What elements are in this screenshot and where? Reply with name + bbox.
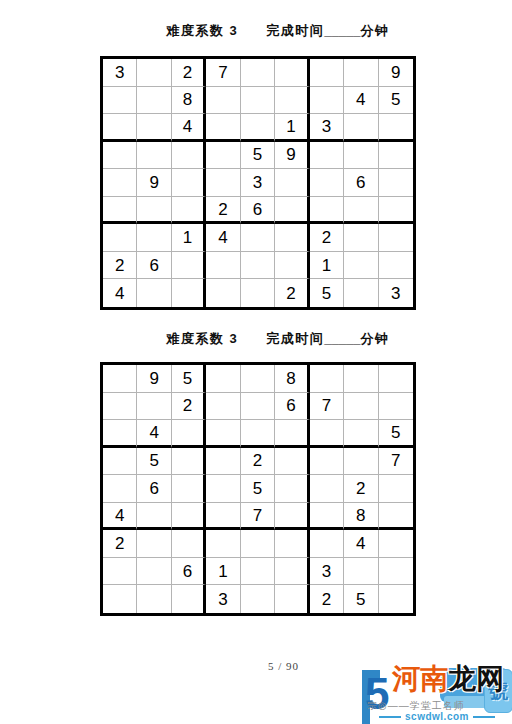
sudoku-cell-r8c8 [344, 558, 378, 586]
sudoku-cell-r1c7 [310, 365, 344, 393]
sudoku-cell-r1c1 [103, 365, 137, 393]
sudoku-cell-r6c2 [137, 197, 171, 225]
sudoku-cell-r9c7: 5 [310, 279, 344, 307]
sudoku-cell-r4c2: 5 [137, 448, 171, 476]
sudoku-cell-r4c8 [344, 142, 378, 170]
time-unit: 分钟 [361, 23, 390, 38]
sudoku-cell-r6c4: 2 [206, 197, 240, 225]
sudoku-cell-r3c3 [172, 420, 206, 448]
sudoku-cell-r9c5 [241, 585, 275, 613]
sudoku-cell-r6c5: 7 [241, 503, 275, 531]
sudoku-cell-r2c4 [206, 87, 240, 115]
sudoku-cell-r7c5 [241, 224, 275, 252]
sudoku-cell-r3c2 [137, 114, 171, 142]
sudoku-cell-r4c1 [103, 142, 137, 170]
sudoku-cell-r5c6 [275, 475, 309, 503]
sudoku-cell-r1c8 [344, 365, 378, 393]
sudoku-cell-r4c6: 9 [275, 142, 309, 170]
sudoku-cell-r2c3: 2 [172, 393, 206, 421]
sudoku-cell-r8c8 [344, 252, 378, 280]
sudoku-cell-r9c2 [137, 279, 171, 307]
sudoku-cell-r2c8 [344, 393, 378, 421]
sudoku-cell-r5c1 [103, 475, 137, 503]
site-name-highlight: 河南 [392, 663, 448, 694]
sudoku-cell-r8c7: 3 [310, 558, 344, 586]
sudoku-cell-r6c9 [379, 503, 413, 531]
sudoku-cell-r9c6 [275, 585, 309, 613]
sudoku-cell-r6c3 [172, 503, 206, 531]
sudoku-cell-r4c2 [137, 142, 171, 170]
sudoku-cell-r8c7: 1 [310, 252, 344, 280]
sudoku-cell-r2c1 [103, 393, 137, 421]
sudoku-cell-r1c2 [137, 59, 171, 87]
sudoku-cell-r7c8 [344, 224, 378, 252]
sudoku-cell-r8c4: 1 [206, 558, 240, 586]
sudoku-cell-r5c7 [310, 169, 344, 197]
sudoku-cell-r5c9 [379, 475, 413, 503]
site-watermark: 5 河南龙网 號 宗◎——学堂工名师 scwdwl.com [362, 640, 512, 724]
sudoku-cell-r7c5 [241, 530, 275, 558]
sudoku-cell-r9c6: 2 [275, 279, 309, 307]
sudoku-cell-r3c7 [310, 420, 344, 448]
sudoku-cell-r7c1: 2 [103, 530, 137, 558]
sudoku-cell-r5c8: 2 [344, 475, 378, 503]
sudoku-cell-r8c9 [379, 252, 413, 280]
sudoku-cell-r3c8 [344, 114, 378, 142]
sudoku-cell-r4c5: 5 [241, 142, 275, 170]
sudoku-cell-r8c1: 2 [103, 252, 137, 280]
sudoku-cell-r3c5 [241, 420, 275, 448]
sudoku-cell-r8c6 [275, 252, 309, 280]
sudoku-cell-r1c4: 7 [206, 59, 240, 87]
difficulty-label: 难度系数 3 [167, 331, 239, 346]
dash-line [379, 716, 401, 718]
sudoku-cell-r7c6 [275, 530, 309, 558]
sudoku-cell-r4c4 [206, 448, 240, 476]
sudoku-cell-r2c6: 6 [275, 393, 309, 421]
sudoku-cell-r9c5 [241, 279, 275, 307]
sudoku-cell-r9c3 [172, 585, 206, 613]
sudoku-cell-r9c9 [379, 585, 413, 613]
sudoku-cell-r9c8 [344, 279, 378, 307]
sudoku-cell-r9c7: 2 [310, 585, 344, 613]
sudoku-cell-r7c2 [137, 224, 171, 252]
sudoku-cell-r7c1 [103, 224, 137, 252]
sudoku-cell-r5c5: 3 [241, 169, 275, 197]
sudoku-cell-r9c1: 4 [103, 279, 137, 307]
sudoku-cell-r2c1 [103, 87, 137, 115]
difficulty-label: 难度系数 3 [167, 23, 239, 38]
dash-line [473, 716, 495, 718]
sudoku-cell-r8c1 [103, 558, 137, 586]
sudoku-cell-r3c2: 4 [137, 420, 171, 448]
sudoku-grid-2: 9582674552765247824613325 [100, 362, 416, 616]
sudoku-cell-r4c5: 2 [241, 448, 275, 476]
sudoku-cell-r7c2 [137, 530, 171, 558]
sudoku-cell-r6c8 [344, 197, 378, 225]
sudoku-cell-r1c7 [310, 59, 344, 87]
sudoku-cell-r7c4: 4 [206, 224, 240, 252]
sudoku-cell-r2c2 [137, 87, 171, 115]
sudoku-cell-r6c7 [310, 197, 344, 225]
sudoku-cell-r6c6 [275, 503, 309, 531]
sudoku-cell-r8c5 [241, 252, 275, 280]
watermark-domain: scwdwl.com [362, 711, 512, 722]
sudoku-cell-r8c5 [241, 558, 275, 586]
sudoku-cell-r9c4: 3 [206, 585, 240, 613]
sudoku-cell-r4c6 [275, 448, 309, 476]
sudoku-cell-r8c3: 6 [172, 558, 206, 586]
sudoku-cell-r3c9: 5 [379, 420, 413, 448]
sudoku-cell-r3c7: 3 [310, 114, 344, 142]
sudoku-cell-r1c6 [275, 59, 309, 87]
sudoku-cell-r4c9: 7 [379, 448, 413, 476]
puzzle-1-header: 难度系数 3完成时间_____分钟 [0, 22, 512, 40]
sudoku-cell-r2c2 [137, 393, 171, 421]
sudoku-cell-r3c6: 1 [275, 114, 309, 142]
sudoku-cell-r3c3: 4 [172, 114, 206, 142]
sudoku-cell-r1c5 [241, 59, 275, 87]
sudoku-cell-r5c4 [206, 475, 240, 503]
sudoku-cell-r1c5 [241, 365, 275, 393]
time-label: 完成时间 [266, 331, 324, 346]
time-unit: 分钟 [361, 331, 390, 346]
domain-text: scwdwl.com [405, 711, 469, 722]
sudoku-cell-r7c7: 2 [310, 224, 344, 252]
sudoku-cell-r4c9 [379, 142, 413, 170]
sudoku-cell-r1c8 [344, 59, 378, 87]
sudoku-cell-r6c6 [275, 197, 309, 225]
sudoku-cell-r7c9 [379, 530, 413, 558]
sudoku-cell-r1c1: 3 [103, 59, 137, 87]
sudoku-cell-r3c1 [103, 420, 137, 448]
sudoku-cell-r2c8: 4 [344, 87, 378, 115]
sudoku-cell-r1c9: 9 [379, 59, 413, 87]
sudoku-cell-r7c7 [310, 530, 344, 558]
sudoku-cell-r2c9: 5 [379, 87, 413, 115]
sudoku-cell-r3c4 [206, 420, 240, 448]
sudoku-cell-r1c9 [379, 365, 413, 393]
sudoku-cell-r7c9 [379, 224, 413, 252]
sudoku-cell-r5c4 [206, 169, 240, 197]
time-blank: _____ [324, 331, 360, 346]
sudoku-cell-r5c2: 9 [137, 169, 171, 197]
sudoku-cell-r6c1 [103, 197, 137, 225]
watermark-site-name: 河南龙网 [392, 664, 504, 695]
sudoku-cell-r3c6 [275, 420, 309, 448]
sudoku-cell-r8c9 [379, 558, 413, 586]
sudoku-cell-r5c1 [103, 169, 137, 197]
sudoku-cell-r9c2 [137, 585, 171, 613]
sudoku-cell-r2c7: 7 [310, 393, 344, 421]
sudoku-cell-r7c6 [275, 224, 309, 252]
sudoku-cell-r6c3 [172, 197, 206, 225]
sudoku-cell-r4c3 [172, 142, 206, 170]
sudoku-cell-r3c8 [344, 420, 378, 448]
sudoku-cell-r5c3 [172, 169, 206, 197]
sudoku-cell-r4c7 [310, 142, 344, 170]
sudoku-cell-r7c3 [172, 530, 206, 558]
sudoku-cell-r1c3: 5 [172, 365, 206, 393]
sudoku-cell-r7c4 [206, 530, 240, 558]
sudoku-cell-r5c6 [275, 169, 309, 197]
sudoku-cell-r6c8: 8 [344, 503, 378, 531]
sudoku-cell-r7c8: 4 [344, 530, 378, 558]
sudoku-cell-r5c2: 6 [137, 475, 171, 503]
sudoku-cell-r3c1 [103, 114, 137, 142]
sudoku-cell-r5c9 [379, 169, 413, 197]
sudoku-grid-1: 327984541359936261422614253 [100, 56, 416, 310]
sudoku-cell-r8c6 [275, 558, 309, 586]
sudoku-cell-r9c4 [206, 279, 240, 307]
sudoku-cell-r4c3 [172, 448, 206, 476]
site-name-rest: 龙网 [448, 663, 504, 694]
sudoku-cell-r1c3: 2 [172, 59, 206, 87]
sudoku-cell-r6c7 [310, 503, 344, 531]
sudoku-cell-r9c8: 5 [344, 585, 378, 613]
sudoku-cell-r6c4 [206, 503, 240, 531]
sudoku-cell-r5c3 [172, 475, 206, 503]
sudoku-cell-r3c5 [241, 114, 275, 142]
sudoku-cell-r3c4 [206, 114, 240, 142]
sudoku-cell-r4c1 [103, 448, 137, 476]
sudoku-cell-r4c7 [310, 448, 344, 476]
sudoku-cell-r7c3: 1 [172, 224, 206, 252]
sudoku-cell-r3c9 [379, 114, 413, 142]
sudoku-cell-r2c6 [275, 87, 309, 115]
sudoku-cell-r6c9 [379, 197, 413, 225]
sudoku-cell-r6c2 [137, 503, 171, 531]
sudoku-cell-r5c8: 6 [344, 169, 378, 197]
sudoku-cell-r4c8 [344, 448, 378, 476]
time-blank: _____ [324, 23, 360, 38]
sudoku-cell-r6c1: 4 [103, 503, 137, 531]
sudoku-cell-r8c3 [172, 252, 206, 280]
sudoku-cell-r8c4 [206, 252, 240, 280]
puzzle-2-header: 难度系数 3完成时间_____分钟 [0, 330, 512, 348]
sudoku-cell-r2c4 [206, 393, 240, 421]
sudoku-cell-r4c4 [206, 142, 240, 170]
sudoku-cell-r1c6: 8 [275, 365, 309, 393]
sudoku-cell-r2c3: 8 [172, 87, 206, 115]
sudoku-cell-r2c5 [241, 393, 275, 421]
sudoku-cell-r8c2 [137, 558, 171, 586]
sudoku-cell-r2c5 [241, 87, 275, 115]
sudoku-cell-r1c2: 9 [137, 365, 171, 393]
sudoku-cell-r5c5: 5 [241, 475, 275, 503]
sudoku-cell-r8c2: 6 [137, 252, 171, 280]
sudoku-cell-r2c7 [310, 87, 344, 115]
time-label: 完成时间 [266, 23, 324, 38]
sudoku-cell-r5c7 [310, 475, 344, 503]
sudoku-cell-r9c1 [103, 585, 137, 613]
sudoku-cell-r9c3 [172, 279, 206, 307]
sudoku-cell-r2c9 [379, 393, 413, 421]
sudoku-cell-r9c9: 3 [379, 279, 413, 307]
sudoku-cell-r6c5: 6 [241, 197, 275, 225]
sudoku-cell-r1c4 [206, 365, 240, 393]
